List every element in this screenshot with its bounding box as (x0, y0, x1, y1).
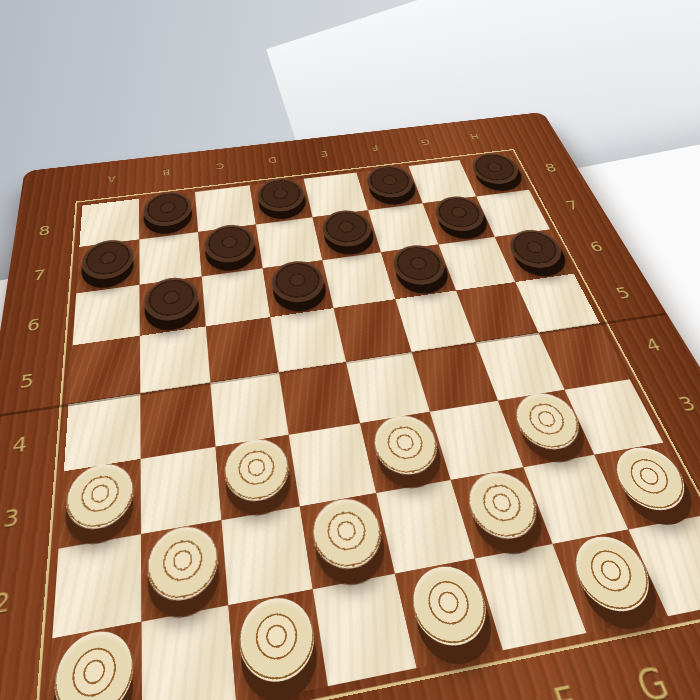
board-frame: ⛂⛂⛂⛂⛂⛂⛂⛂⛂⛂⛂⛂⛀⛀⛀⛀⛀⛀⛀⛀⛀⛀⛀⛀ ABCDEFGH ABCDEF… (0, 112, 700, 700)
dark-piece-e7[interactable]: ⛂ (318, 208, 375, 249)
rank-label-left-2: 2 (0, 584, 12, 621)
square-a2[interactable] (52, 534, 141, 638)
light-piece-d2[interactable]: ⛀ (307, 494, 387, 574)
dark-piece-h8[interactable]: ⛂ (466, 151, 524, 186)
light-piece-g3[interactable]: ⛀ (507, 389, 588, 453)
photo-scene: ⛂⛂⛂⛂⛂⛂⛂⛂⛂⛂⛂⛂⛀⛀⛀⛀⛀⛀⛀⛀⛀⛀⛀⛀ ABCDEFGH ABCDEF… (0, 0, 700, 700)
dark-piece-c7[interactable]: ⛂ (203, 222, 257, 265)
rank-label-left-6: 6 (26, 314, 41, 335)
dark-piece-b6[interactable]: ⛂ (144, 274, 199, 323)
dark-piece-a7[interactable]: ⛂ (80, 237, 133, 282)
rank-label-left-7: 7 (32, 265, 46, 284)
square-a3[interactable]: ⛀ (58, 459, 141, 549)
checkers-board: ⛂⛂⛂⛂⛂⛂⛂⛂⛂⛂⛂⛂⛀⛀⛀⛀⛀⛀⛀⛀⛀⛀⛀⛀ ABCDEFGH ABCDEF… (0, 112, 700, 700)
file-label-far-f: F (371, 143, 380, 152)
square-c6[interactable] (202, 268, 271, 326)
dark-piece-d8[interactable]: ⛂ (255, 176, 307, 214)
light-piece-a1[interactable]: ⛀ (51, 625, 132, 700)
square-b6[interactable]: ⛂ (140, 276, 206, 335)
square-b2[interactable]: ⛀ (141, 520, 228, 622)
light-piece-c1[interactable]: ⛀ (236, 592, 319, 688)
square-c2[interactable] (222, 506, 313, 605)
file-label-far-g: G (420, 138, 432, 147)
file-label-far-c: C (215, 161, 224, 171)
file-label-near-g: G (630, 658, 677, 700)
light-piece-h2[interactable]: ⛀ (605, 443, 695, 515)
square-g3[interactable]: ⛀ (498, 390, 594, 467)
dark-piece-h6[interactable]: ⛂ (502, 227, 568, 271)
rank-label-right-5: 5 (612, 283, 634, 303)
file-label-near-e: E (459, 695, 496, 700)
square-c3[interactable]: ⛀ (216, 435, 300, 520)
dark-piece-b8[interactable]: ⛂ (143, 189, 192, 228)
rank-label-left-8: 8 (38, 222, 51, 239)
light-piece-c3[interactable]: ⛀ (222, 435, 293, 506)
rank-label-right-3: 3 (674, 391, 700, 416)
file-label-far-e: E (320, 149, 329, 158)
rank-label-left-5: 5 (19, 368, 36, 392)
square-a6[interactable] (73, 285, 140, 346)
file-label-far-a: A (107, 174, 115, 184)
rank-label-left-1: 1 (0, 679, 2, 700)
light-piece-e1[interactable]: ⛀ (404, 560, 495, 651)
dark-piece-d6[interactable]: ⛂ (268, 258, 327, 305)
rank-label-left-4: 4 (11, 430, 29, 457)
rank-label-right-4: 4 (641, 333, 665, 355)
light-piece-b2[interactable]: ⛀ (147, 521, 220, 606)
rank-label-left-3: 3 (1, 501, 20, 533)
square-h6[interactable]: ⛂ (495, 229, 574, 282)
file-label-far-d: D (267, 155, 277, 165)
file-label-far-b: B (162, 168, 170, 178)
file-label-near-f: F (548, 677, 585, 700)
file-label-far-h: H (469, 132, 481, 141)
rank-label-right-6: 6 (586, 238, 606, 256)
square-c1[interactable]: ⛀ (228, 589, 328, 700)
square-b1[interactable] (142, 605, 237, 700)
light-piece-a3[interactable]: ⛀ (64, 459, 133, 534)
square-d1[interactable] (313, 574, 417, 686)
rank-label-right-7: 7 (563, 197, 582, 213)
square-b4[interactable] (140, 383, 215, 459)
rank-label-right-8: 8 (542, 160, 559, 174)
